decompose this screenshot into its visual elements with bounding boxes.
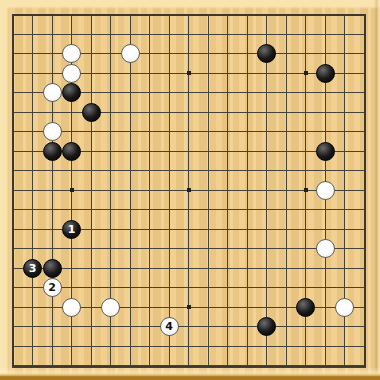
intersection-S8[interactable]: [335, 219, 355, 239]
intersection-F4[interactable]: [101, 297, 121, 317]
intersection-P13[interactable]: [276, 122, 296, 142]
intersection-K11[interactable]: [179, 161, 199, 181]
intersection-A16[interactable]: [3, 63, 23, 83]
intersection-Q6[interactable]: [296, 258, 316, 278]
intersection-B10[interactable]: [23, 180, 43, 200]
intersection-J11[interactable]: [159, 161, 179, 181]
intersection-C12[interactable]: [42, 141, 62, 161]
intersection-T2[interactable]: [354, 336, 374, 356]
intersection-C16[interactable]: [42, 63, 62, 83]
intersection-G4[interactable]: [120, 297, 140, 317]
intersection-G17[interactable]: [120, 44, 140, 64]
intersection-O1[interactable]: [257, 356, 277, 376]
intersection-M5[interactable]: [218, 278, 238, 298]
intersection-A10[interactable]: [3, 180, 23, 200]
intersection-P6[interactable]: [276, 258, 296, 278]
intersection-Q9[interactable]: [296, 200, 316, 220]
intersection-J7[interactable]: [159, 239, 179, 259]
intersection-K19[interactable]: [179, 5, 199, 25]
intersection-E8[interactable]: [81, 219, 101, 239]
intersection-A18[interactable]: [3, 24, 23, 44]
intersection-T3[interactable]: [354, 317, 374, 337]
intersection-O11[interactable]: [257, 161, 277, 181]
intersection-F10[interactable]: [101, 180, 121, 200]
intersection-F3[interactable]: [101, 317, 121, 337]
intersection-L6[interactable]: [198, 258, 218, 278]
intersection-R17[interactable]: [315, 44, 335, 64]
intersection-G2[interactable]: [120, 336, 140, 356]
intersection-Q12[interactable]: [296, 141, 316, 161]
intersection-F6[interactable]: [101, 258, 121, 278]
intersection-A19[interactable]: [3, 5, 23, 25]
intersection-L7[interactable]: [198, 239, 218, 259]
intersection-Q16[interactable]: [296, 63, 316, 83]
intersection-D3[interactable]: [62, 317, 82, 337]
intersection-K4[interactable]: [179, 297, 199, 317]
intersection-N1[interactable]: [237, 356, 257, 376]
intersection-O9[interactable]: [257, 200, 277, 220]
intersection-L2[interactable]: [198, 336, 218, 356]
intersection-L14[interactable]: [198, 102, 218, 122]
intersection-J14[interactable]: [159, 102, 179, 122]
intersection-L15[interactable]: [198, 83, 218, 103]
intersection-T17[interactable]: [354, 44, 374, 64]
intersection-P10[interactable]: [276, 180, 296, 200]
intersection-R10[interactable]: [315, 180, 335, 200]
intersection-D4[interactable]: [62, 297, 82, 317]
intersection-O17[interactable]: [257, 44, 277, 64]
intersection-N2[interactable]: [237, 336, 257, 356]
intersection-A11[interactable]: [3, 161, 23, 181]
intersection-N7[interactable]: [237, 239, 257, 259]
intersection-A14[interactable]: [3, 102, 23, 122]
intersection-O12[interactable]: [257, 141, 277, 161]
intersection-B9[interactable]: [23, 200, 43, 220]
intersection-K7[interactable]: [179, 239, 199, 259]
intersection-Q18[interactable]: [296, 24, 316, 44]
intersection-S5[interactable]: [335, 278, 355, 298]
intersection-H5[interactable]: [140, 278, 160, 298]
intersection-R1[interactable]: [315, 356, 335, 376]
intersection-D8[interactable]: [62, 219, 82, 239]
intersection-N19[interactable]: [237, 5, 257, 25]
intersection-C13[interactable]: [42, 122, 62, 142]
intersection-R14[interactable]: [315, 102, 335, 122]
board-grid[interactable]: [3, 5, 374, 376]
intersection-F2[interactable]: [101, 336, 121, 356]
intersection-A12[interactable]: [3, 141, 23, 161]
intersection-C4[interactable]: [42, 297, 62, 317]
intersection-O15[interactable]: [257, 83, 277, 103]
intersection-T10[interactable]: [354, 180, 374, 200]
intersection-M7[interactable]: [218, 239, 238, 259]
intersection-M13[interactable]: [218, 122, 238, 142]
intersection-N4[interactable]: [237, 297, 257, 317]
intersection-G10[interactable]: [120, 180, 140, 200]
intersection-J10[interactable]: [159, 180, 179, 200]
intersection-O19[interactable]: [257, 5, 277, 25]
intersection-E18[interactable]: [81, 24, 101, 44]
intersection-M10[interactable]: [218, 180, 238, 200]
intersection-L10[interactable]: [198, 180, 218, 200]
intersection-P15[interactable]: [276, 83, 296, 103]
intersection-K17[interactable]: [179, 44, 199, 64]
intersection-P1[interactable]: [276, 356, 296, 376]
intersection-H10[interactable]: [140, 180, 160, 200]
intersection-P16[interactable]: [276, 63, 296, 83]
intersection-T18[interactable]: [354, 24, 374, 44]
intersection-K15[interactable]: [179, 83, 199, 103]
intersection-R16[interactable]: [315, 63, 335, 83]
intersection-T1[interactable]: [354, 356, 374, 376]
intersection-K10[interactable]: [179, 180, 199, 200]
intersection-G8[interactable]: [120, 219, 140, 239]
intersection-H19[interactable]: [140, 5, 160, 25]
intersection-G18[interactable]: [120, 24, 140, 44]
intersection-B18[interactable]: [23, 24, 43, 44]
intersection-M3[interactable]: [218, 317, 238, 337]
intersection-C5[interactable]: [42, 278, 62, 298]
intersection-J1[interactable]: [159, 356, 179, 376]
intersection-R2[interactable]: [315, 336, 335, 356]
intersection-R13[interactable]: [315, 122, 335, 142]
intersection-A17[interactable]: [3, 44, 23, 64]
intersection-Q7[interactable]: [296, 239, 316, 259]
intersection-O18[interactable]: [257, 24, 277, 44]
intersection-N5[interactable]: [237, 278, 257, 298]
intersection-O7[interactable]: [257, 239, 277, 259]
intersection-B17[interactable]: [23, 44, 43, 64]
intersection-N16[interactable]: [237, 63, 257, 83]
intersection-F15[interactable]: [101, 83, 121, 103]
intersection-D13[interactable]: [62, 122, 82, 142]
intersection-D14[interactable]: [62, 102, 82, 122]
intersection-O10[interactable]: [257, 180, 277, 200]
intersection-B7[interactable]: [23, 239, 43, 259]
intersection-Q11[interactable]: [296, 161, 316, 181]
intersection-S9[interactable]: [335, 200, 355, 220]
intersection-R12[interactable]: [315, 141, 335, 161]
intersection-S3[interactable]: [335, 317, 355, 337]
intersection-D11[interactable]: [62, 161, 82, 181]
intersection-F18[interactable]: [101, 24, 121, 44]
intersection-T7[interactable]: [354, 239, 374, 259]
intersection-S6[interactable]: [335, 258, 355, 278]
intersection-E4[interactable]: [81, 297, 101, 317]
intersection-L13[interactable]: [198, 122, 218, 142]
intersection-P12[interactable]: [276, 141, 296, 161]
intersection-M16[interactable]: [218, 63, 238, 83]
intersection-G3[interactable]: [120, 317, 140, 337]
intersection-H9[interactable]: [140, 200, 160, 220]
intersection-Q15[interactable]: [296, 83, 316, 103]
intersection-H3[interactable]: [140, 317, 160, 337]
intersection-M8[interactable]: [218, 219, 238, 239]
intersection-N12[interactable]: [237, 141, 257, 161]
intersection-R5[interactable]: [315, 278, 335, 298]
intersection-T13[interactable]: [354, 122, 374, 142]
intersection-R3[interactable]: [315, 317, 335, 337]
intersection-S16[interactable]: [335, 63, 355, 83]
intersection-R8[interactable]: [315, 219, 335, 239]
intersection-D15[interactable]: [62, 83, 82, 103]
intersection-J3[interactable]: [159, 317, 179, 337]
intersection-H6[interactable]: [140, 258, 160, 278]
intersection-G13[interactable]: [120, 122, 140, 142]
intersection-A4[interactable]: [3, 297, 23, 317]
intersection-G19[interactable]: [120, 5, 140, 25]
intersection-O16[interactable]: [257, 63, 277, 83]
intersection-C7[interactable]: [42, 239, 62, 259]
intersection-E9[interactable]: [81, 200, 101, 220]
intersection-A6[interactable]: [3, 258, 23, 278]
intersection-A9[interactable]: [3, 200, 23, 220]
intersection-F9[interactable]: [101, 200, 121, 220]
intersection-M14[interactable]: [218, 102, 238, 122]
intersection-L17[interactable]: [198, 44, 218, 64]
intersection-L1[interactable]: [198, 356, 218, 376]
intersection-S10[interactable]: [335, 180, 355, 200]
intersection-N3[interactable]: [237, 317, 257, 337]
intersection-H4[interactable]: [140, 297, 160, 317]
intersection-P18[interactable]: [276, 24, 296, 44]
intersection-P11[interactable]: [276, 161, 296, 181]
intersection-G11[interactable]: [120, 161, 140, 181]
intersection-B14[interactable]: [23, 102, 43, 122]
intersection-E1[interactable]: [81, 356, 101, 376]
intersection-K16[interactable]: [179, 63, 199, 83]
intersection-Q4[interactable]: [296, 297, 316, 317]
intersection-R11[interactable]: [315, 161, 335, 181]
intersection-E15[interactable]: [81, 83, 101, 103]
intersection-C6[interactable]: [42, 258, 62, 278]
intersection-B15[interactable]: [23, 83, 43, 103]
intersection-T15[interactable]: [354, 83, 374, 103]
intersection-F8[interactable]: [101, 219, 121, 239]
intersection-H16[interactable]: [140, 63, 160, 83]
intersection-R18[interactable]: [315, 24, 335, 44]
intersection-S1[interactable]: [335, 356, 355, 376]
intersection-F13[interactable]: [101, 122, 121, 142]
intersection-S15[interactable]: [335, 83, 355, 103]
intersection-E5[interactable]: [81, 278, 101, 298]
intersection-Q10[interactable]: [296, 180, 316, 200]
intersection-C10[interactable]: [42, 180, 62, 200]
intersection-E19[interactable]: [81, 5, 101, 25]
intersection-R7[interactable]: [315, 239, 335, 259]
intersection-L9[interactable]: [198, 200, 218, 220]
intersection-E11[interactable]: [81, 161, 101, 181]
intersection-T9[interactable]: [354, 200, 374, 220]
intersection-J2[interactable]: [159, 336, 179, 356]
intersection-O3[interactable]: [257, 317, 277, 337]
intersection-F17[interactable]: [101, 44, 121, 64]
intersection-A3[interactable]: [3, 317, 23, 337]
intersection-M6[interactable]: [218, 258, 238, 278]
intersection-C14[interactable]: [42, 102, 62, 122]
intersection-L18[interactable]: [198, 24, 218, 44]
intersection-D2[interactable]: [62, 336, 82, 356]
intersection-J18[interactable]: [159, 24, 179, 44]
intersection-P2[interactable]: [276, 336, 296, 356]
intersection-S18[interactable]: [335, 24, 355, 44]
intersection-E14[interactable]: [81, 102, 101, 122]
intersection-G12[interactable]: [120, 141, 140, 161]
intersection-O5[interactable]: [257, 278, 277, 298]
intersection-S2[interactable]: [335, 336, 355, 356]
intersection-P4[interactable]: [276, 297, 296, 317]
intersection-D1[interactable]: [62, 356, 82, 376]
intersection-N14[interactable]: [237, 102, 257, 122]
intersection-M11[interactable]: [218, 161, 238, 181]
intersection-G15[interactable]: [120, 83, 140, 103]
intersection-O8[interactable]: [257, 219, 277, 239]
intersection-H14[interactable]: [140, 102, 160, 122]
intersection-E10[interactable]: [81, 180, 101, 200]
intersection-B19[interactable]: [23, 5, 43, 25]
intersection-A1[interactable]: [3, 356, 23, 376]
intersection-F16[interactable]: [101, 63, 121, 83]
intersection-S11[interactable]: [335, 161, 355, 181]
intersection-D9[interactable]: [62, 200, 82, 220]
intersection-H13[interactable]: [140, 122, 160, 142]
intersection-M1[interactable]: [218, 356, 238, 376]
intersection-H17[interactable]: [140, 44, 160, 64]
intersection-S4[interactable]: [335, 297, 355, 317]
intersection-B16[interactable]: [23, 63, 43, 83]
intersection-Q2[interactable]: [296, 336, 316, 356]
intersection-T14[interactable]: [354, 102, 374, 122]
intersection-D5[interactable]: [62, 278, 82, 298]
intersection-E13[interactable]: [81, 122, 101, 142]
intersection-L12[interactable]: [198, 141, 218, 161]
intersection-F12[interactable]: [101, 141, 121, 161]
intersection-N9[interactable]: [237, 200, 257, 220]
intersection-H7[interactable]: [140, 239, 160, 259]
intersection-C8[interactable]: [42, 219, 62, 239]
intersection-H1[interactable]: [140, 356, 160, 376]
intersection-Q5[interactable]: [296, 278, 316, 298]
intersection-J8[interactable]: [159, 219, 179, 239]
intersection-L19[interactable]: [198, 5, 218, 25]
intersection-E2[interactable]: [81, 336, 101, 356]
intersection-C3[interactable]: [42, 317, 62, 337]
intersection-H18[interactable]: [140, 24, 160, 44]
intersection-T8[interactable]: [354, 219, 374, 239]
intersection-K9[interactable]: [179, 200, 199, 220]
intersection-J16[interactable]: [159, 63, 179, 83]
intersection-N18[interactable]: [237, 24, 257, 44]
intersection-F11[interactable]: [101, 161, 121, 181]
intersection-E17[interactable]: [81, 44, 101, 64]
intersection-E6[interactable]: [81, 258, 101, 278]
intersection-T12[interactable]: [354, 141, 374, 161]
intersection-T6[interactable]: [354, 258, 374, 278]
intersection-B2[interactable]: [23, 336, 43, 356]
intersection-O2[interactable]: [257, 336, 277, 356]
intersection-H11[interactable]: [140, 161, 160, 181]
intersection-A8[interactable]: [3, 219, 23, 239]
intersection-M18[interactable]: [218, 24, 238, 44]
intersection-H15[interactable]: [140, 83, 160, 103]
intersection-G14[interactable]: [120, 102, 140, 122]
intersection-M12[interactable]: [218, 141, 238, 161]
intersection-N15[interactable]: [237, 83, 257, 103]
intersection-K8[interactable]: [179, 219, 199, 239]
intersection-R15[interactable]: [315, 83, 335, 103]
intersection-G6[interactable]: [120, 258, 140, 278]
intersection-C11[interactable]: [42, 161, 62, 181]
intersection-P17[interactable]: [276, 44, 296, 64]
intersection-J19[interactable]: [159, 5, 179, 25]
intersection-P7[interactable]: [276, 239, 296, 259]
intersection-S7[interactable]: [335, 239, 355, 259]
intersection-R4[interactable]: [315, 297, 335, 317]
intersection-R19[interactable]: [315, 5, 335, 25]
intersection-F1[interactable]: [101, 356, 121, 376]
intersection-Q14[interactable]: [296, 102, 316, 122]
intersection-D16[interactable]: [62, 63, 82, 83]
intersection-S12[interactable]: [335, 141, 355, 161]
intersection-K1[interactable]: [179, 356, 199, 376]
intersection-F5[interactable]: [101, 278, 121, 298]
intersection-S14[interactable]: [335, 102, 355, 122]
intersection-N10[interactable]: [237, 180, 257, 200]
intersection-D17[interactable]: [62, 44, 82, 64]
intersection-A5[interactable]: [3, 278, 23, 298]
intersection-E7[interactable]: [81, 239, 101, 259]
intersection-T19[interactable]: [354, 5, 374, 25]
intersection-Q19[interactable]: [296, 5, 316, 25]
intersection-C17[interactable]: [42, 44, 62, 64]
intersection-F14[interactable]: [101, 102, 121, 122]
intersection-S13[interactable]: [335, 122, 355, 142]
intersection-D12[interactable]: [62, 141, 82, 161]
intersection-R6[interactable]: [315, 258, 335, 278]
intersection-O4[interactable]: [257, 297, 277, 317]
intersection-C15[interactable]: [42, 83, 62, 103]
intersection-C9[interactable]: [42, 200, 62, 220]
intersection-K6[interactable]: [179, 258, 199, 278]
intersection-L4[interactable]: [198, 297, 218, 317]
intersection-J13[interactable]: [159, 122, 179, 142]
intersection-A7[interactable]: [3, 239, 23, 259]
intersection-T5[interactable]: [354, 278, 374, 298]
intersection-K5[interactable]: [179, 278, 199, 298]
intersection-B6[interactable]: [23, 258, 43, 278]
intersection-M19[interactable]: [218, 5, 238, 25]
intersection-O14[interactable]: [257, 102, 277, 122]
intersection-D19[interactable]: [62, 5, 82, 25]
intersection-B4[interactable]: [23, 297, 43, 317]
intersection-L5[interactable]: [198, 278, 218, 298]
intersection-Q8[interactable]: [296, 219, 316, 239]
intersection-J15[interactable]: [159, 83, 179, 103]
intersection-C2[interactable]: [42, 336, 62, 356]
intersection-P3[interactable]: [276, 317, 296, 337]
intersection-P14[interactable]: [276, 102, 296, 122]
intersection-Q13[interactable]: [296, 122, 316, 142]
intersection-K12[interactable]: [179, 141, 199, 161]
intersection-P5[interactable]: [276, 278, 296, 298]
intersection-D18[interactable]: [62, 24, 82, 44]
intersection-B3[interactable]: [23, 317, 43, 337]
intersection-E3[interactable]: [81, 317, 101, 337]
intersection-J12[interactable]: [159, 141, 179, 161]
intersection-L16[interactable]: [198, 63, 218, 83]
intersection-L8[interactable]: [198, 219, 218, 239]
intersection-B11[interactable]: [23, 161, 43, 181]
